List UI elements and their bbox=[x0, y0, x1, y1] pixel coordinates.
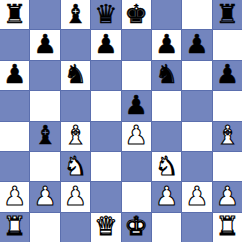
white-knight-c3[interactable]: ♞ bbox=[64, 153, 87, 179]
white-bishop-c4[interactable]: ♝ bbox=[64, 122, 87, 148]
white-pawn-g2[interactable]: ♟ bbox=[185, 183, 208, 209]
square-b5[interactable] bbox=[30, 91, 59, 120]
square-e1[interactable]: ♚ bbox=[122, 213, 151, 242]
square-a3[interactable] bbox=[0, 152, 29, 181]
square-d7[interactable]: ♟ bbox=[91, 30, 120, 59]
square-a4[interactable] bbox=[0, 122, 29, 151]
black-bishop-b4[interactable]: ♝ bbox=[33, 122, 56, 148]
square-c1[interactable] bbox=[61, 213, 90, 242]
square-d4[interactable] bbox=[91, 122, 120, 151]
black-pawn-e5[interactable]: ♟ bbox=[125, 92, 148, 118]
square-h3[interactable] bbox=[213, 152, 242, 181]
square-f2[interactable]: ♟ bbox=[152, 182, 181, 211]
square-a1[interactable]: ♜ bbox=[0, 213, 29, 242]
black-queen-d8[interactable]: ♛ bbox=[94, 1, 117, 27]
square-g1[interactable] bbox=[182, 213, 211, 242]
square-g5[interactable] bbox=[182, 91, 211, 120]
black-pawn-d7[interactable]: ♟ bbox=[94, 31, 117, 57]
square-c7[interactable] bbox=[61, 30, 90, 59]
square-a2[interactable]: ♟ bbox=[0, 182, 29, 211]
square-b1[interactable] bbox=[30, 213, 59, 242]
square-c6[interactable]: ♞ bbox=[61, 61, 90, 90]
square-g2[interactable]: ♟ bbox=[182, 182, 211, 211]
square-c4[interactable]: ♝ bbox=[61, 122, 90, 151]
square-b3[interactable] bbox=[30, 152, 59, 181]
square-f7[interactable]: ♟ bbox=[152, 30, 181, 59]
square-b7[interactable]: ♟ bbox=[30, 30, 59, 59]
square-c2[interactable]: ♟ bbox=[61, 182, 90, 211]
black-pawn-a6[interactable]: ♟ bbox=[3, 61, 26, 87]
square-c5[interactable] bbox=[61, 91, 90, 120]
square-b8[interactable] bbox=[30, 0, 59, 29]
black-rook-h8[interactable]: ♜ bbox=[216, 1, 239, 27]
square-e6[interactable] bbox=[122, 61, 151, 90]
square-g3[interactable] bbox=[182, 152, 211, 181]
square-e4[interactable]: ♟ bbox=[122, 122, 151, 151]
white-rook-h1[interactable]: ♜ bbox=[216, 213, 239, 239]
white-pawn-a2[interactable]: ♟ bbox=[3, 183, 26, 209]
square-g6[interactable] bbox=[182, 61, 211, 90]
black-king-e8[interactable]: ♚ bbox=[125, 1, 148, 27]
square-d5[interactable] bbox=[91, 91, 120, 120]
square-e5[interactable]: ♟ bbox=[122, 91, 151, 120]
black-pawn-g7[interactable]: ♟ bbox=[185, 31, 208, 57]
square-e7[interactable] bbox=[122, 30, 151, 59]
chess-board: ♜♝♛♚♜♟♟♟♟♟♞♞♟♟♝♝♟♝♞♞♟♟♟♟♟♟♜♛♚♜ bbox=[0, 0, 242, 242]
square-c3[interactable]: ♞ bbox=[61, 152, 90, 181]
black-pawn-h6[interactable]: ♟ bbox=[216, 61, 239, 87]
square-h8[interactable]: ♜ bbox=[213, 0, 242, 29]
white-pawn-b2[interactable]: ♟ bbox=[33, 183, 56, 209]
white-pawn-e4[interactable]: ♟ bbox=[125, 122, 148, 148]
black-bishop-c8[interactable]: ♝ bbox=[64, 1, 87, 27]
square-g4[interactable] bbox=[182, 122, 211, 151]
square-b4[interactable]: ♝ bbox=[30, 122, 59, 151]
square-d8[interactable]: ♛ bbox=[91, 0, 120, 29]
square-f3[interactable]: ♞ bbox=[152, 152, 181, 181]
white-pawn-h2[interactable]: ♟ bbox=[216, 183, 239, 209]
chess-board-container: ♜♝♛♚♜♟♟♟♟♟♞♞♟♟♝♝♟♝♞♞♟♟♟♟♟♟♜♛♚♜ bbox=[0, 0, 242, 242]
square-f6[interactable]: ♞ bbox=[152, 61, 181, 90]
white-king-e1[interactable]: ♚ bbox=[125, 213, 148, 239]
square-f4[interactable] bbox=[152, 122, 181, 151]
white-queen-d1[interactable]: ♛ bbox=[94, 213, 117, 239]
black-pawn-b7[interactable]: ♟ bbox=[33, 31, 56, 57]
square-d6[interactable] bbox=[91, 61, 120, 90]
square-g7[interactable]: ♟ bbox=[182, 30, 211, 59]
square-h2[interactable]: ♟ bbox=[213, 182, 242, 211]
square-a6[interactable]: ♟ bbox=[0, 61, 29, 90]
black-knight-f6[interactable]: ♞ bbox=[155, 61, 178, 87]
square-a7[interactable] bbox=[0, 30, 29, 59]
square-c8[interactable]: ♝ bbox=[61, 0, 90, 29]
black-knight-c6[interactable]: ♞ bbox=[64, 61, 87, 87]
black-pawn-f7[interactable]: ♟ bbox=[155, 31, 178, 57]
white-bishop-h4[interactable]: ♝ bbox=[216, 122, 239, 148]
white-pawn-c2[interactable]: ♟ bbox=[64, 183, 87, 209]
square-h1[interactable]: ♜ bbox=[213, 213, 242, 242]
black-rook-a8[interactable]: ♜ bbox=[3, 1, 26, 27]
square-e3[interactable] bbox=[122, 152, 151, 181]
square-h5[interactable] bbox=[213, 91, 242, 120]
square-g8[interactable] bbox=[182, 0, 211, 29]
square-f1[interactable] bbox=[152, 213, 181, 242]
square-d1[interactable]: ♛ bbox=[91, 213, 120, 242]
square-d3[interactable] bbox=[91, 152, 120, 181]
square-h4[interactable]: ♝ bbox=[213, 122, 242, 151]
square-d2[interactable] bbox=[91, 182, 120, 211]
square-b6[interactable] bbox=[30, 61, 59, 90]
white-pawn-f2[interactable]: ♟ bbox=[155, 183, 178, 209]
square-b2[interactable]: ♟ bbox=[30, 182, 59, 211]
square-a8[interactable]: ♜ bbox=[0, 0, 29, 29]
square-f5[interactable] bbox=[152, 91, 181, 120]
square-e2[interactable] bbox=[122, 182, 151, 211]
square-e8[interactable]: ♚ bbox=[122, 0, 151, 29]
white-knight-f3[interactable]: ♞ bbox=[155, 153, 178, 179]
square-h7[interactable] bbox=[213, 30, 242, 59]
square-f8[interactable] bbox=[152, 0, 181, 29]
square-h6[interactable]: ♟ bbox=[213, 61, 242, 90]
white-rook-a1[interactable]: ♜ bbox=[3, 213, 26, 239]
square-a5[interactable] bbox=[0, 91, 29, 120]
